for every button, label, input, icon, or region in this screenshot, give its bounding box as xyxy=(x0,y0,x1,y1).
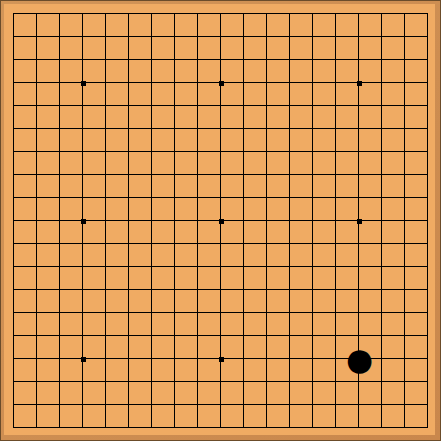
board-cell[interactable] xyxy=(106,405,129,428)
board-cell[interactable] xyxy=(221,221,244,244)
board-cell[interactable] xyxy=(152,336,175,359)
board-cell[interactable] xyxy=(129,198,152,221)
board-cell[interactable] xyxy=(244,60,267,83)
board-cell[interactable] xyxy=(313,405,336,428)
board-cell[interactable] xyxy=(14,359,37,382)
board-cell[interactable] xyxy=(129,175,152,198)
board-cell[interactable] xyxy=(359,382,382,405)
board-cell[interactable] xyxy=(267,267,290,290)
board-cell[interactable] xyxy=(129,382,152,405)
board-cell[interactable] xyxy=(152,382,175,405)
board-cell[interactable] xyxy=(359,244,382,267)
board-cell[interactable] xyxy=(83,405,106,428)
board-cell[interactable] xyxy=(290,244,313,267)
board-cell[interactable] xyxy=(83,359,106,382)
board-cell[interactable] xyxy=(14,244,37,267)
board-cell[interactable] xyxy=(198,83,221,106)
board-cell[interactable] xyxy=(382,244,405,267)
board-cell[interactable] xyxy=(14,83,37,106)
board-cell[interactable] xyxy=(37,336,60,359)
board-cell[interactable] xyxy=(60,405,83,428)
board-cell[interactable] xyxy=(336,405,359,428)
board-cell[interactable] xyxy=(313,83,336,106)
board-cell[interactable] xyxy=(83,336,106,359)
board-cell[interactable] xyxy=(336,60,359,83)
board-cell[interactable] xyxy=(37,221,60,244)
board-cell[interactable] xyxy=(267,290,290,313)
board-cell[interactable] xyxy=(405,405,428,428)
board-cell[interactable] xyxy=(106,60,129,83)
board-cell[interactable] xyxy=(405,290,428,313)
board-cell[interactable] xyxy=(175,405,198,428)
board-cell[interactable] xyxy=(221,60,244,83)
board-cell[interactable] xyxy=(152,175,175,198)
board-cell[interactable] xyxy=(221,382,244,405)
board-cell[interactable] xyxy=(313,221,336,244)
board-cell[interactable] xyxy=(336,313,359,336)
board-cell[interactable] xyxy=(382,221,405,244)
board-cell[interactable] xyxy=(405,244,428,267)
board-cell[interactable] xyxy=(336,290,359,313)
board-cell[interactable] xyxy=(37,83,60,106)
board-cell[interactable] xyxy=(106,313,129,336)
board-cell[interactable] xyxy=(267,198,290,221)
board-cell[interactable] xyxy=(14,267,37,290)
board-cell[interactable] xyxy=(152,244,175,267)
board-cell[interactable] xyxy=(313,198,336,221)
board-cell[interactable] xyxy=(336,382,359,405)
board-cell[interactable] xyxy=(198,152,221,175)
board-cell[interactable] xyxy=(267,336,290,359)
board-cell[interactable] xyxy=(60,129,83,152)
board-cell[interactable] xyxy=(37,313,60,336)
board-cell[interactable] xyxy=(336,267,359,290)
board-cell[interactable] xyxy=(267,175,290,198)
board-cell[interactable] xyxy=(175,382,198,405)
board-cell[interactable] xyxy=(244,37,267,60)
board-cell[interactable] xyxy=(37,175,60,198)
board-cell[interactable] xyxy=(313,106,336,129)
board-cell[interactable] xyxy=(129,60,152,83)
board-cell[interactable] xyxy=(336,14,359,37)
board-cell[interactable] xyxy=(244,83,267,106)
board-cell[interactable] xyxy=(175,267,198,290)
board-cell[interactable] xyxy=(83,198,106,221)
board-cell[interactable] xyxy=(359,37,382,60)
board-cell[interactable] xyxy=(382,60,405,83)
board-cell[interactable] xyxy=(244,336,267,359)
board-cell[interactable] xyxy=(382,152,405,175)
board-cell[interactable] xyxy=(290,382,313,405)
board-cell[interactable] xyxy=(175,290,198,313)
board-cell[interactable] xyxy=(313,313,336,336)
board-cell[interactable] xyxy=(106,336,129,359)
board-cell[interactable] xyxy=(129,405,152,428)
board-cell[interactable] xyxy=(152,313,175,336)
board-cell[interactable] xyxy=(198,37,221,60)
board-cell[interactable] xyxy=(152,14,175,37)
board-cell[interactable] xyxy=(221,290,244,313)
board-cell[interactable] xyxy=(359,152,382,175)
board-cell[interactable] xyxy=(405,267,428,290)
board-cell[interactable] xyxy=(14,336,37,359)
board-cell[interactable] xyxy=(290,60,313,83)
board-cell[interactable] xyxy=(267,244,290,267)
board-cell[interactable] xyxy=(267,37,290,60)
board-cell[interactable] xyxy=(60,336,83,359)
board-cell[interactable] xyxy=(83,267,106,290)
board-cell[interactable] xyxy=(198,336,221,359)
board-cell[interactable] xyxy=(267,405,290,428)
board-cell[interactable] xyxy=(14,106,37,129)
board-cell[interactable] xyxy=(290,37,313,60)
board-cell[interactable] xyxy=(83,244,106,267)
board-cell[interactable] xyxy=(175,175,198,198)
board-cell[interactable] xyxy=(405,382,428,405)
board-cell[interactable] xyxy=(175,313,198,336)
board-cell[interactable] xyxy=(244,290,267,313)
board-cell[interactable] xyxy=(267,83,290,106)
board-cell[interactable] xyxy=(313,60,336,83)
board-cell[interactable] xyxy=(313,129,336,152)
board-cell[interactable] xyxy=(313,290,336,313)
board-cell[interactable] xyxy=(405,14,428,37)
board-cell[interactable] xyxy=(336,129,359,152)
board-cell[interactable] xyxy=(198,60,221,83)
board-cell[interactable] xyxy=(37,244,60,267)
board-cell[interactable] xyxy=(106,37,129,60)
board-cell[interactable] xyxy=(359,14,382,37)
board-cell[interactable] xyxy=(60,313,83,336)
board-cell[interactable] xyxy=(106,14,129,37)
board-cell[interactable] xyxy=(14,129,37,152)
board-cell[interactable] xyxy=(336,175,359,198)
board-cell[interactable] xyxy=(83,106,106,129)
board-cell[interactable] xyxy=(405,106,428,129)
board-cell[interactable] xyxy=(267,152,290,175)
board-cell[interactable] xyxy=(60,14,83,37)
board-cell[interactable] xyxy=(244,244,267,267)
board-cell[interactable] xyxy=(359,129,382,152)
board-cell[interactable] xyxy=(221,37,244,60)
board-cell[interactable] xyxy=(221,405,244,428)
board-cell[interactable] xyxy=(60,83,83,106)
board-cell[interactable] xyxy=(313,175,336,198)
board-cell[interactable] xyxy=(267,382,290,405)
board-cell[interactable] xyxy=(313,382,336,405)
board-cell[interactable] xyxy=(244,382,267,405)
board-cell[interactable] xyxy=(175,106,198,129)
board-cell[interactable] xyxy=(405,83,428,106)
board-cell[interactable] xyxy=(405,60,428,83)
board-cell[interactable] xyxy=(14,405,37,428)
board-cell[interactable] xyxy=(152,198,175,221)
board-cell[interactable] xyxy=(382,129,405,152)
board-cell[interactable] xyxy=(129,152,152,175)
board-cell[interactable] xyxy=(129,359,152,382)
board-cell[interactable] xyxy=(83,313,106,336)
board-cell[interactable] xyxy=(267,129,290,152)
board-cell[interactable] xyxy=(106,106,129,129)
board-cell[interactable] xyxy=(313,267,336,290)
board-cell[interactable] xyxy=(313,336,336,359)
board-cell[interactable] xyxy=(60,106,83,129)
board-cell[interactable] xyxy=(313,152,336,175)
board-cell[interactable] xyxy=(152,60,175,83)
board-cell[interactable] xyxy=(14,37,37,60)
board-cell[interactable] xyxy=(198,198,221,221)
board-cell[interactable] xyxy=(244,175,267,198)
board-cell[interactable] xyxy=(14,60,37,83)
board-cell[interactable] xyxy=(290,405,313,428)
board-cell[interactable] xyxy=(221,14,244,37)
board-cell[interactable] xyxy=(244,267,267,290)
board-cell[interactable] xyxy=(382,290,405,313)
board-cell[interactable] xyxy=(313,14,336,37)
board-cell[interactable] xyxy=(359,106,382,129)
board-cell[interactable] xyxy=(83,60,106,83)
board-cell[interactable] xyxy=(106,175,129,198)
board-cell[interactable] xyxy=(221,129,244,152)
black-stone[interactable]: ● xyxy=(348,348,371,371)
board-cell[interactable] xyxy=(336,37,359,60)
board-cell[interactable] xyxy=(221,244,244,267)
board-cell[interactable] xyxy=(336,198,359,221)
board-cell[interactable] xyxy=(198,290,221,313)
board-cell[interactable] xyxy=(290,221,313,244)
board-cell[interactable] xyxy=(382,175,405,198)
board-cell[interactable] xyxy=(152,221,175,244)
board-cell[interactable] xyxy=(221,83,244,106)
board-cell[interactable] xyxy=(129,290,152,313)
board-cell[interactable] xyxy=(198,359,221,382)
board-cell[interactable] xyxy=(83,14,106,37)
board-cell[interactable] xyxy=(382,382,405,405)
board-cell[interactable] xyxy=(336,152,359,175)
board-cell[interactable] xyxy=(405,221,428,244)
board-cell[interactable] xyxy=(244,152,267,175)
board-cell[interactable] xyxy=(198,106,221,129)
board-cell[interactable] xyxy=(221,152,244,175)
board-cell[interactable] xyxy=(221,336,244,359)
board-cell[interactable] xyxy=(60,198,83,221)
board-cell[interactable] xyxy=(106,244,129,267)
board-cell[interactable] xyxy=(83,152,106,175)
board-cell[interactable] xyxy=(83,83,106,106)
board-cell[interactable] xyxy=(83,129,106,152)
board-cell[interactable] xyxy=(152,359,175,382)
board-cell[interactable] xyxy=(382,405,405,428)
board-cell[interactable] xyxy=(198,129,221,152)
board-cell[interactable] xyxy=(14,382,37,405)
board-cell[interactable] xyxy=(359,313,382,336)
board-cell[interactable] xyxy=(244,221,267,244)
board-cell[interactable] xyxy=(267,359,290,382)
board-cell[interactable] xyxy=(336,106,359,129)
board-cell[interactable] xyxy=(221,313,244,336)
board-cell[interactable] xyxy=(152,83,175,106)
board-cell[interactable] xyxy=(175,336,198,359)
board-cell[interactable] xyxy=(14,221,37,244)
board-cell[interactable] xyxy=(290,359,313,382)
board-cell[interactable] xyxy=(267,106,290,129)
board-cell[interactable] xyxy=(106,382,129,405)
board-cell[interactable] xyxy=(221,359,244,382)
board-cell[interactable] xyxy=(129,267,152,290)
board-cell[interactable] xyxy=(198,267,221,290)
board-cell[interactable] xyxy=(83,382,106,405)
board-cell[interactable] xyxy=(405,359,428,382)
board-cell[interactable] xyxy=(290,336,313,359)
board-cell[interactable] xyxy=(14,152,37,175)
board-cell[interactable] xyxy=(382,14,405,37)
board-cell[interactable] xyxy=(313,359,336,382)
board-cell[interactable] xyxy=(175,129,198,152)
board-cell[interactable] xyxy=(313,37,336,60)
board-cell[interactable] xyxy=(244,313,267,336)
board-cell[interactable] xyxy=(405,175,428,198)
board-cell[interactable] xyxy=(60,244,83,267)
board-cell[interactable] xyxy=(83,221,106,244)
board-cell[interactable] xyxy=(14,198,37,221)
board-cell[interactable] xyxy=(267,313,290,336)
board-cell[interactable] xyxy=(152,37,175,60)
board-cell[interactable] xyxy=(129,106,152,129)
board-cell[interactable] xyxy=(244,14,267,37)
board-cell[interactable] xyxy=(129,336,152,359)
board-cell[interactable] xyxy=(198,221,221,244)
board-cell[interactable] xyxy=(129,313,152,336)
board-cell[interactable] xyxy=(37,129,60,152)
board-cell[interactable] xyxy=(290,313,313,336)
board-cell[interactable] xyxy=(152,290,175,313)
board-cell[interactable] xyxy=(129,37,152,60)
board-cell[interactable] xyxy=(290,129,313,152)
board-cell[interactable] xyxy=(37,198,60,221)
board-cell[interactable] xyxy=(37,106,60,129)
board-cell[interactable] xyxy=(175,244,198,267)
board-cell[interactable] xyxy=(129,83,152,106)
board-cell[interactable] xyxy=(14,175,37,198)
board-cell[interactable] xyxy=(198,175,221,198)
board-cell[interactable] xyxy=(290,83,313,106)
board-cell[interactable] xyxy=(14,290,37,313)
board-cell[interactable] xyxy=(244,198,267,221)
board-cell[interactable] xyxy=(175,152,198,175)
board-cell[interactable] xyxy=(359,175,382,198)
board-cell[interactable] xyxy=(60,382,83,405)
board-cell[interactable] xyxy=(37,405,60,428)
board-cell[interactable] xyxy=(359,405,382,428)
board-cell[interactable] xyxy=(290,175,313,198)
board-cell[interactable] xyxy=(106,267,129,290)
board-cell[interactable] xyxy=(14,313,37,336)
board-cell[interactable] xyxy=(37,359,60,382)
board-cell[interactable] xyxy=(198,313,221,336)
board-cell[interactable] xyxy=(244,405,267,428)
board-cell[interactable] xyxy=(14,14,37,37)
board-cell[interactable] xyxy=(152,152,175,175)
board-cell[interactable] xyxy=(60,359,83,382)
board-cell[interactable] xyxy=(83,175,106,198)
board-cell[interactable] xyxy=(60,290,83,313)
board-cell[interactable] xyxy=(152,405,175,428)
board-cell[interactable] xyxy=(359,83,382,106)
board-cell[interactable] xyxy=(106,359,129,382)
board-cell[interactable] xyxy=(175,198,198,221)
board-cell[interactable] xyxy=(175,83,198,106)
board-cell[interactable] xyxy=(382,336,405,359)
board-cell[interactable] xyxy=(221,175,244,198)
board-cell[interactable] xyxy=(244,106,267,129)
board-cell[interactable] xyxy=(175,221,198,244)
board-cell[interactable] xyxy=(60,37,83,60)
board-cell[interactable] xyxy=(336,83,359,106)
board-cell[interactable] xyxy=(106,129,129,152)
board-cell[interactable] xyxy=(129,221,152,244)
board-cell[interactable] xyxy=(382,198,405,221)
board-cell[interactable] xyxy=(359,267,382,290)
board-cell[interactable] xyxy=(106,83,129,106)
board-cell[interactable] xyxy=(405,336,428,359)
board-cell[interactable] xyxy=(382,37,405,60)
board-cell[interactable] xyxy=(405,37,428,60)
board-cell[interactable] xyxy=(106,290,129,313)
board-cell[interactable] xyxy=(37,152,60,175)
board-cell[interactable] xyxy=(37,267,60,290)
board-cell[interactable] xyxy=(359,198,382,221)
board-cell[interactable] xyxy=(129,129,152,152)
board-cell[interactable] xyxy=(175,359,198,382)
board-cell[interactable] xyxy=(405,129,428,152)
board-cell[interactable] xyxy=(336,221,359,244)
board-cell[interactable] xyxy=(290,106,313,129)
board-cell[interactable] xyxy=(106,221,129,244)
board-cell[interactable] xyxy=(221,106,244,129)
board-cell[interactable] xyxy=(382,83,405,106)
board-cell[interactable] xyxy=(290,267,313,290)
board-cell[interactable] xyxy=(83,290,106,313)
board-cell[interactable] xyxy=(221,198,244,221)
board-cell[interactable] xyxy=(152,129,175,152)
board-cell[interactable] xyxy=(198,244,221,267)
board-cell[interactable] xyxy=(267,60,290,83)
board-cell[interactable] xyxy=(359,221,382,244)
board-cell[interactable] xyxy=(175,14,198,37)
board-cell[interactable] xyxy=(244,129,267,152)
board-cell[interactable] xyxy=(359,60,382,83)
board-cell[interactable] xyxy=(313,244,336,267)
board-cell[interactable] xyxy=(405,313,428,336)
board-cell[interactable] xyxy=(60,221,83,244)
board-cell[interactable] xyxy=(290,152,313,175)
board-cell[interactable] xyxy=(382,106,405,129)
board-cell[interactable] xyxy=(175,60,198,83)
board-cell[interactable] xyxy=(60,175,83,198)
board-cell[interactable] xyxy=(152,106,175,129)
board-cell[interactable] xyxy=(267,221,290,244)
board-cell[interactable] xyxy=(37,382,60,405)
board-cell[interactable] xyxy=(244,359,267,382)
board-cell[interactable] xyxy=(382,267,405,290)
board-cell[interactable] xyxy=(60,267,83,290)
board-cell[interactable] xyxy=(152,267,175,290)
board-cell[interactable] xyxy=(290,198,313,221)
board-cell[interactable] xyxy=(37,290,60,313)
board-cell[interactable] xyxy=(290,290,313,313)
board-cell[interactable] xyxy=(129,14,152,37)
board-cell[interactable] xyxy=(37,37,60,60)
